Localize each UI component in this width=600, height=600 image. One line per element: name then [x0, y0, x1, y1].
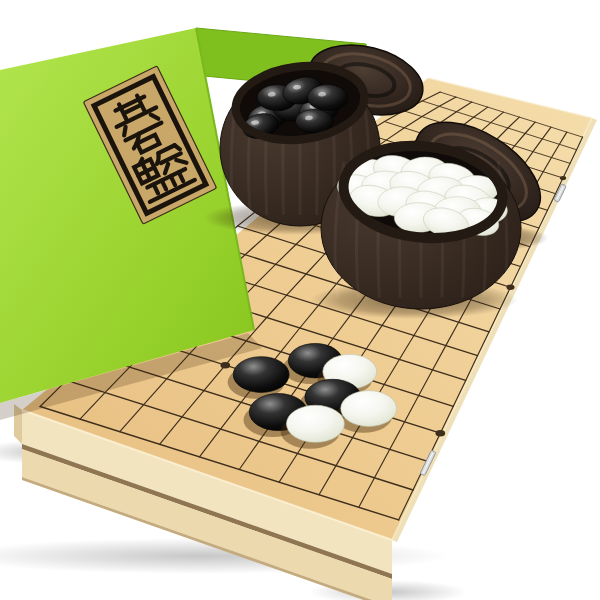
white-stone[interactable]: [286, 405, 344, 442]
hoshi-point: [506, 285, 514, 290]
go-set-product-photo: { "game": "go", "title": "Folding goban …: [0, 0, 600, 600]
black-stone[interactable]: [233, 357, 289, 393]
hoshi-point: [221, 362, 231, 368]
hoshi-point: [436, 430, 446, 436]
scene-svg: [0, 0, 600, 600]
hoshi-point: [560, 176, 566, 180]
white-stone[interactable]: [341, 391, 397, 427]
